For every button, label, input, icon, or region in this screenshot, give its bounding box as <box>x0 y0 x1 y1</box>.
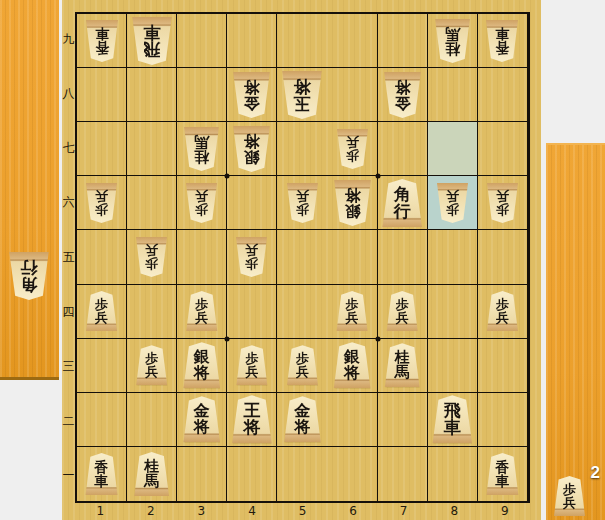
piece-pawn-rotated[interactable]: 歩兵 <box>286 183 319 223</box>
square-5三[interactable]: 歩兵 <box>277 339 327 393</box>
square-2五[interactable]: 歩兵 <box>127 230 177 284</box>
square-6二[interactable] <box>328 393 378 447</box>
square-6三[interactable]: 銀将 <box>328 339 378 393</box>
piece-silver[interactable]: 銀将 <box>182 342 221 388</box>
piece-pawn[interactable]: 歩兵 <box>553 476 586 516</box>
piece-pawn[interactable]: 歩兵 <box>235 345 268 385</box>
square-7八[interactable]: 金将 <box>378 68 428 122</box>
square-3八[interactable] <box>177 68 227 122</box>
square-3五[interactable] <box>177 230 227 284</box>
piece-knight[interactable]: 桂馬 <box>133 452 170 496</box>
square-2八[interactable] <box>127 68 177 122</box>
piece-gold[interactable]: 金将 <box>182 396 221 442</box>
piece-lance-rotated[interactable]: 香車 <box>85 20 119 62</box>
rank-label-八: 八 <box>62 67 75 122</box>
piece-bishop-rotated[interactable]: 角行 <box>8 252 50 300</box>
square-9九[interactable]: 香車 <box>478 14 528 68</box>
square-6六[interactable]: 銀将 <box>328 176 378 230</box>
piece-pawn-rotated[interactable]: 歩兵 <box>486 183 519 223</box>
piece-rook-rotated[interactable]: 飛車 <box>131 17 173 65</box>
square-9六[interactable]: 歩兵 <box>478 176 528 230</box>
square-3七[interactable]: 桂馬 <box>177 122 227 176</box>
piece-silver[interactable]: 銀将 <box>333 342 372 388</box>
captured-pawn-count: 2 <box>591 463 600 483</box>
square-2一[interactable]: 桂馬 <box>127 447 177 501</box>
square-4五[interactable]: 歩兵 <box>227 230 277 284</box>
piece-knight[interactable]: 桂馬 <box>384 343 421 387</box>
piece-pawn[interactable]: 歩兵 <box>85 291 118 331</box>
rank-label-五: 五 <box>62 230 75 285</box>
left-stand-piece-slot: 角行 <box>8 252 50 300</box>
square-5七[interactable] <box>277 122 327 176</box>
square-1八[interactable] <box>77 68 127 122</box>
square-5五[interactable] <box>277 230 327 284</box>
square-1一[interactable]: 香車 <box>77 447 127 501</box>
square-8三[interactable] <box>428 339 478 393</box>
rank-label-六: 六 <box>62 176 75 231</box>
square-1五[interactable] <box>77 230 127 284</box>
square-4一[interactable] <box>227 447 277 501</box>
right-stand-piece-slot: 歩兵 <box>553 476 586 516</box>
piece-pawn-rotated[interactable]: 歩兵 <box>336 129 369 169</box>
piece-stand-right[interactable]: 歩兵 2 <box>546 143 605 520</box>
shogi-board-panel: 九八七六五四三二一 香車飛車桂馬香車金将玉将金将桂馬銀将歩兵歩兵歩兵歩兵銀将角行… <box>62 0 541 520</box>
rank-label-一: 一 <box>62 448 75 503</box>
file-label-3: 3 <box>176 503 227 520</box>
square-3三[interactable]: 銀将 <box>177 339 227 393</box>
square-9二[interactable] <box>478 393 528 447</box>
file-label-4: 4 <box>227 503 278 520</box>
square-2二[interactable] <box>127 393 177 447</box>
square-7四[interactable]: 歩兵 <box>378 285 428 339</box>
square-4七[interactable]: 銀将 <box>227 122 277 176</box>
square-1九[interactable]: 香車 <box>77 14 127 68</box>
file-label-5: 5 <box>277 503 328 520</box>
square-5九[interactable] <box>277 14 327 68</box>
piece-pawn[interactable]: 歩兵 <box>286 345 319 385</box>
square-6一[interactable] <box>328 447 378 501</box>
shogi-app: 角行 九八七六五四三二一 香車飛車桂馬香車金将玉将金将桂馬銀将歩兵歩兵歩兵歩兵銀… <box>0 0 605 520</box>
piece-pawn[interactable]: 歩兵 <box>135 345 168 385</box>
square-4八[interactable]: 金将 <box>227 68 277 122</box>
rank-label-四: 四 <box>62 285 75 340</box>
square-6七[interactable]: 歩兵 <box>328 122 378 176</box>
square-6四[interactable]: 歩兵 <box>328 285 378 339</box>
square-8四[interactable] <box>428 285 478 339</box>
board-grid: 香車飛車桂馬香車金将玉将金将桂馬銀将歩兵歩兵歩兵歩兵銀将角行歩兵歩兵歩兵歩兵歩兵… <box>75 12 530 503</box>
file-label-6: 6 <box>328 503 379 520</box>
piece-pawn[interactable]: 歩兵 <box>185 291 218 331</box>
square-1四[interactable]: 歩兵 <box>77 285 127 339</box>
square-4四[interactable] <box>227 285 277 339</box>
square-1三[interactable] <box>77 339 127 393</box>
square-2三[interactable]: 歩兵 <box>127 339 177 393</box>
square-5四[interactable] <box>277 285 327 339</box>
square-7七[interactable] <box>378 122 428 176</box>
piece-bishop[interactable]: 角行 <box>381 179 423 227</box>
square-7九[interactable] <box>378 14 428 68</box>
square-6八[interactable] <box>328 68 378 122</box>
piece-gold[interactable]: 金将 <box>283 396 322 442</box>
piece-king[interactable]: 王将 <box>231 395 273 443</box>
square-9八[interactable] <box>478 68 528 122</box>
file-label-2: 2 <box>126 503 177 520</box>
square-1六[interactable]: 歩兵 <box>77 176 127 230</box>
piece-pawn[interactable]: 歩兵 <box>336 291 369 331</box>
piece-stand-left[interactable]: 角行 <box>0 0 59 380</box>
piece-lance[interactable]: 香車 <box>485 453 519 495</box>
square-2四[interactable] <box>127 285 177 339</box>
square-9五[interactable] <box>478 230 528 284</box>
piece-pawn-rotated[interactable]: 歩兵 <box>185 183 218 223</box>
file-label-8: 8 <box>429 503 480 520</box>
square-9七[interactable] <box>478 122 528 176</box>
piece-knight-rotated[interactable]: 桂馬 <box>183 127 220 171</box>
file-labels: 123456789 <box>75 503 530 520</box>
square-1七[interactable] <box>77 122 127 176</box>
square-7三[interactable]: 桂馬 <box>378 339 428 393</box>
square-4三[interactable]: 歩兵 <box>227 339 277 393</box>
square-1二[interactable] <box>77 393 127 447</box>
square-8六[interactable]: 歩兵 <box>428 176 478 230</box>
square-2九[interactable]: 飛車 <box>127 14 177 68</box>
piece-pawn-rotated[interactable]: 歩兵 <box>235 237 268 277</box>
square-8七[interactable] <box>428 122 478 176</box>
rank-label-二: 二 <box>62 394 75 449</box>
square-3一[interactable] <box>177 447 227 501</box>
square-7五[interactable] <box>378 230 428 284</box>
piece-rook[interactable]: 飛車 <box>431 395 473 443</box>
file-label-7: 7 <box>378 503 429 520</box>
piece-pawn-rotated[interactable]: 歩兵 <box>85 183 118 223</box>
square-7一[interactable] <box>378 447 428 501</box>
square-8八[interactable] <box>428 68 478 122</box>
square-7六[interactable]: 角行 <box>378 176 428 230</box>
square-9三[interactable] <box>478 339 528 393</box>
square-3二[interactable]: 金将 <box>177 393 227 447</box>
square-8五[interactable] <box>428 230 478 284</box>
piece-knight-rotated[interactable]: 桂馬 <box>434 19 471 63</box>
piece-silver-rotated[interactable]: 銀将 <box>333 180 372 226</box>
square-6五[interactable] <box>328 230 378 284</box>
piece-silver-rotated[interactable]: 銀将 <box>232 126 271 172</box>
square-5一[interactable] <box>277 447 327 501</box>
piece-gold-rotated[interactable]: 金将 <box>383 72 422 118</box>
square-8二[interactable]: 飛車 <box>428 393 478 447</box>
rank-label-三: 三 <box>62 339 75 394</box>
square-3四[interactable]: 歩兵 <box>177 285 227 339</box>
piece-pawn-rotated[interactable]: 歩兵 <box>135 237 168 277</box>
square-3六[interactable]: 歩兵 <box>177 176 227 230</box>
file-label-1: 1 <box>75 503 126 520</box>
square-9一[interactable]: 香車 <box>478 447 528 501</box>
square-9四[interactable]: 歩兵 <box>478 285 528 339</box>
square-2七[interactable] <box>127 122 177 176</box>
square-5六[interactable]: 歩兵 <box>277 176 327 230</box>
piece-pawn[interactable]: 歩兵 <box>486 291 519 331</box>
piece-lance-rotated[interactable]: 香車 <box>485 20 519 62</box>
rank-label-九: 九 <box>62 12 75 67</box>
square-8一[interactable] <box>428 447 478 501</box>
piece-pawn-rotated[interactable]: 歩兵 <box>436 183 469 223</box>
piece-pawn[interactable]: 歩兵 <box>386 291 419 331</box>
square-3九[interactable] <box>177 14 227 68</box>
rank-label-七: 七 <box>62 121 75 176</box>
piece-lance[interactable]: 香車 <box>85 453 119 495</box>
piece-king-rotated[interactable]: 玉将 <box>281 71 323 119</box>
rank-labels: 九八七六五四三二一 <box>62 12 75 503</box>
file-label-9: 9 <box>480 503 531 520</box>
square-7二[interactable] <box>378 393 428 447</box>
square-2六[interactable] <box>127 176 177 230</box>
square-6九[interactable] <box>328 14 378 68</box>
square-5八[interactable]: 玉将 <box>277 68 327 122</box>
square-4二[interactable]: 王将 <box>227 393 277 447</box>
square-4九[interactable] <box>227 14 277 68</box>
square-4六[interactable] <box>227 176 277 230</box>
square-8九[interactable]: 桂馬 <box>428 14 478 68</box>
square-5二[interactable]: 金将 <box>277 393 327 447</box>
piece-gold-rotated[interactable]: 金将 <box>232 72 271 118</box>
